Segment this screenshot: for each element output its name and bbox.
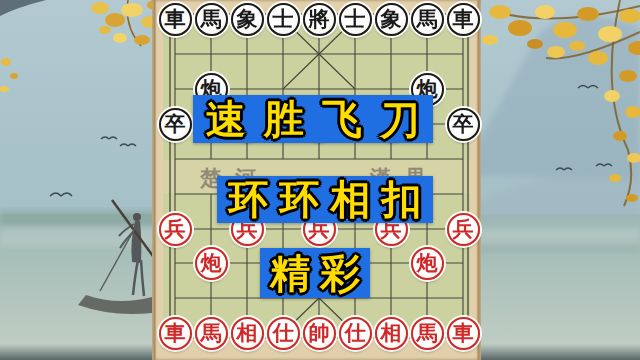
piece-red-horse-f2r10[interactable]: 馬	[195, 317, 228, 350]
caption-text-top: 速胜飞刀	[206, 92, 438, 147]
caption-banner-top: 速胜飞刀	[193, 95, 433, 143]
screenshot: 楚河 漢界 車馬象士將士象馬車炮炮卒卒卒卒卒兵兵兵兵兵炮炮車馬相仕帥仕相馬車 速…	[0, 0, 640, 360]
piece-black-soldier-f1r4[interactable]: 卒	[159, 108, 192, 141]
piece-black-horse-f2r1[interactable]: 馬	[195, 3, 228, 36]
caption-banner-middle: 环环相扣	[217, 176, 433, 223]
piece-red-chariot-f9r10[interactable]: 車	[447, 317, 480, 350]
piece-black-general-f5r1[interactable]: 將	[303, 3, 336, 36]
piece-red-elephant-f3r10[interactable]: 相	[231, 317, 264, 350]
piece-black-soldier-f9r4[interactable]: 卒	[447, 108, 480, 141]
piece-black-horse-f8r1[interactable]: 馬	[411, 3, 444, 36]
piece-red-soldier-f9r7[interactable]: 兵	[447, 213, 480, 246]
piece-black-elephant-f3r1[interactable]: 象	[231, 3, 264, 36]
piece-red-soldier-f1r7[interactable]: 兵	[159, 213, 192, 246]
piece-black-chariot-f1r1[interactable]: 車	[159, 3, 192, 36]
piece-red-horse-f8r10[interactable]: 馬	[411, 317, 444, 350]
piece-black-elephant-f7r1[interactable]: 象	[375, 3, 408, 36]
piece-black-advisor-f4r1[interactable]: 士	[267, 3, 300, 36]
caption-text-middle: 环环相扣	[229, 172, 433, 227]
piece-black-chariot-f9r1[interactable]: 車	[447, 3, 480, 36]
piece-red-chariot-f1r10[interactable]: 車	[159, 317, 192, 350]
caption-banner-bottom: 精彩	[260, 248, 370, 298]
caption-text-bottom: 精彩	[270, 246, 370, 301]
piece-red-elephant-f7r10[interactable]: 相	[375, 317, 408, 350]
piece-red-advisor-f6r10[interactable]: 仕	[339, 317, 372, 350]
piece-black-advisor-f6r1[interactable]: 士	[339, 3, 372, 36]
piece-red-cannon-f8r8[interactable]: 炮	[411, 247, 444, 280]
piece-red-cannon-f2r8[interactable]: 炮	[195, 247, 228, 280]
piece-red-advisor-f4r10[interactable]: 仕	[267, 317, 300, 350]
piece-red-general-f5r10[interactable]: 帥	[303, 317, 336, 350]
